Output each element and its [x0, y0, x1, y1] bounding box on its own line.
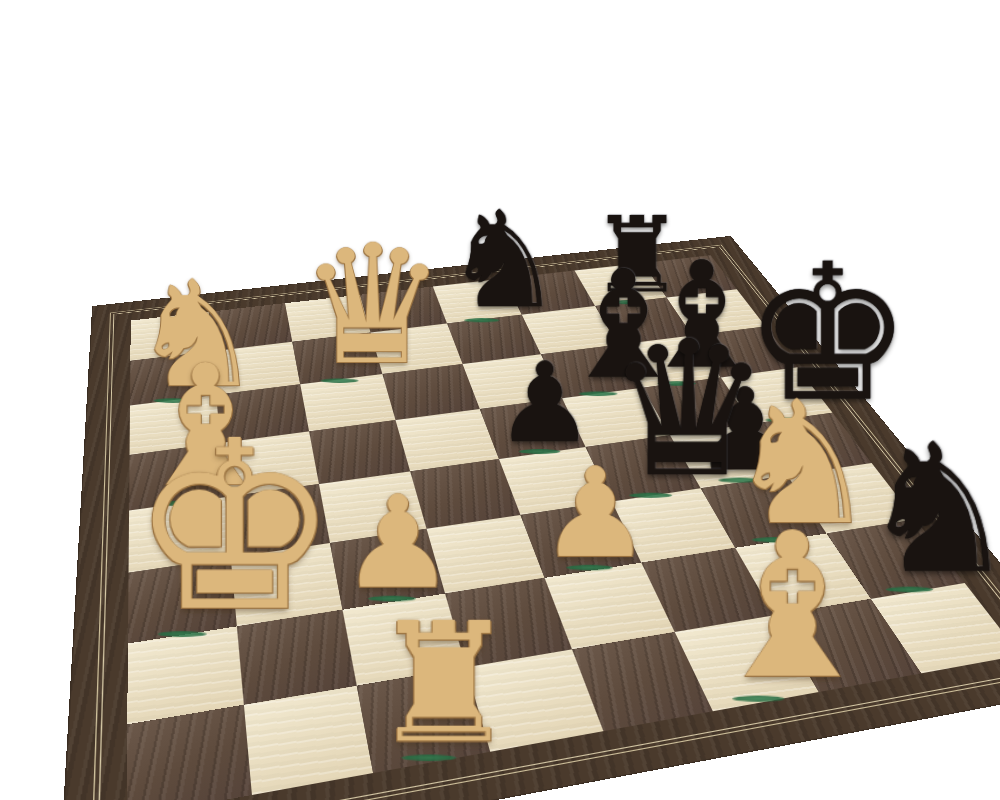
piece-black-pawn-e5[interactable]: ♟: [495, 350, 584, 454]
chess-board: ♞♜♞♛♝♝♝♟♚♛♟♚♟♟♞♞♜♝: [60, 236, 1000, 800]
square-f1[interactable]: ♝: [675, 615, 819, 711]
piece-white-bishop-f1[interactable]: ♝: [702, 512, 814, 702]
piece-white-pawn-e3[interactable]: ♟: [540, 454, 640, 571]
green-felt-base: [733, 696, 784, 702]
square-a3[interactable]: ♚: [128, 558, 237, 644]
square-c1[interactable]: ♜: [357, 667, 490, 773]
board-frame: ♞♜♞♛♝♝♝♟♚♛♟♚♟♟♞♞♜♝: [60, 236, 1000, 800]
photo-background: ♞♜♞♛♝♝♝♟♚♛♟♚♟♟♞♞♜♝: [0, 0, 1000, 800]
square-a2[interactable]: [127, 626, 244, 724]
square-e1[interactable]: [572, 632, 713, 731]
piece-white-pawn-c3[interactable]: ♟: [341, 481, 444, 601]
piece-white-king-a3[interactable]: ♚: [130, 416, 235, 637]
green-felt-base: [402, 754, 456, 761]
square-b1[interactable]: [244, 686, 373, 795]
board-squares: ♞♜♞♛♝♝♝♟♚♛♟♚♟♟♞♞♜♝: [126, 255, 1000, 800]
square-a1[interactable]: [126, 705, 252, 800]
piece-white-queen-c7[interactable]: ♛: [299, 227, 381, 383]
piece-black-knight-e8[interactable]: ♞: [444, 196, 520, 322]
piece-white-rook-c1[interactable]: ♜: [370, 606, 488, 761]
